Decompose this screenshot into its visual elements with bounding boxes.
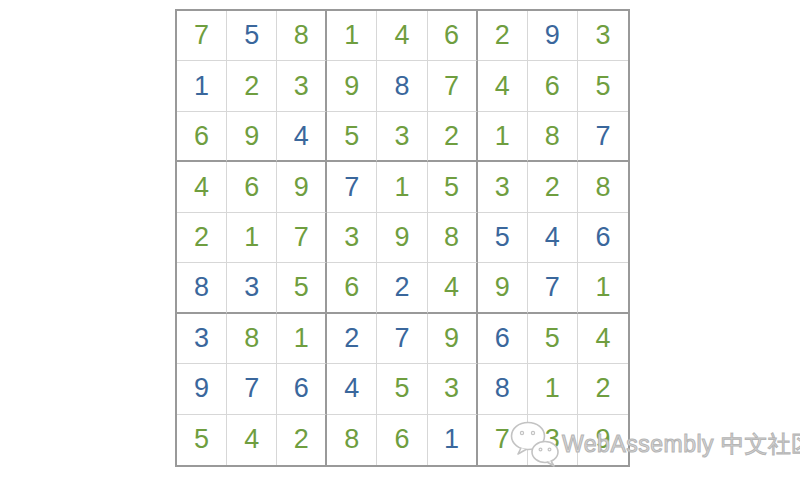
cell-r3c9[interactable]: 7 <box>578 112 628 162</box>
cell-r4c9[interactable]: 8 <box>578 162 628 212</box>
cell-r4c2[interactable]: 6 <box>227 162 277 212</box>
digit: 8 <box>194 274 209 301</box>
digit: 4 <box>294 123 309 150</box>
cell-r2c4[interactable]: 9 <box>327 61 377 111</box>
cell-r4c5[interactable]: 1 <box>377 162 427 212</box>
digit: 3 <box>194 325 209 352</box>
cell-r9c7[interactable]: 7 <box>478 415 528 465</box>
cell-r9c9[interactable]: 9 <box>578 415 628 465</box>
digit: 1 <box>244 224 259 251</box>
digit: 6 <box>595 224 610 251</box>
digit: 7 <box>394 325 409 352</box>
cell-r3c6[interactable]: 2 <box>428 112 478 162</box>
cell-r3c7[interactable]: 1 <box>478 112 528 162</box>
digit: 7 <box>545 274 560 301</box>
digit: 2 <box>444 123 459 150</box>
cell-r6c5[interactable]: 2 <box>377 263 427 313</box>
digit: 6 <box>444 22 459 49</box>
cell-r8c7[interactable]: 8 <box>478 364 528 414</box>
cell-r1c9[interactable]: 3 <box>578 11 628 61</box>
cell-r8c1[interactable]: 9 <box>177 364 227 414</box>
cell-r7c4[interactable]: 2 <box>327 314 377 364</box>
cell-r2c2[interactable]: 2 <box>227 61 277 111</box>
digit: 8 <box>545 123 560 150</box>
cell-r9c4[interactable]: 8 <box>327 415 377 465</box>
digit: 7 <box>595 123 610 150</box>
digit: 5 <box>545 325 560 352</box>
digit: 3 <box>394 123 409 150</box>
cell-r8c3[interactable]: 6 <box>277 364 327 414</box>
digit: 5 <box>344 123 359 150</box>
cell-r6c7[interactable]: 9 <box>478 263 528 313</box>
cell-r4c4[interactable]: 7 <box>327 162 377 212</box>
cell-r7c6[interactable]: 9 <box>428 314 478 364</box>
digit: 4 <box>444 274 459 301</box>
digit: 4 <box>194 174 209 201</box>
digit: 6 <box>194 123 209 150</box>
digit: 4 <box>244 426 259 453</box>
cell-r7c5[interactable]: 7 <box>377 314 427 364</box>
digit: 6 <box>244 174 259 201</box>
cell-r6c8[interactable]: 7 <box>528 263 578 313</box>
cell-r5c2[interactable]: 1 <box>227 213 277 263</box>
digit: 7 <box>294 224 309 251</box>
digit: 5 <box>244 22 259 49</box>
digit: 2 <box>194 224 209 251</box>
digit: 2 <box>595 375 610 402</box>
digit: 1 <box>394 174 409 201</box>
digit: 9 <box>194 375 209 402</box>
cell-r5c4[interactable]: 3 <box>327 213 377 263</box>
digit: 7 <box>244 375 259 402</box>
cell-r2c7[interactable]: 4 <box>478 61 528 111</box>
cell-r2c8[interactable]: 6 <box>528 61 578 111</box>
digit: 2 <box>344 325 359 352</box>
cell-r6c4[interactable]: 6 <box>327 263 377 313</box>
cell-r6c3[interactable]: 5 <box>277 263 327 313</box>
sudoku-board: 7581462931239874656945321874697153282173… <box>175 9 630 467</box>
digit: 6 <box>545 73 560 100</box>
digit: 3 <box>244 274 259 301</box>
cell-r5c6[interactable]: 8 <box>428 213 478 263</box>
cell-r3c2[interactable]: 9 <box>227 112 277 162</box>
digit: 4 <box>545 224 560 251</box>
cell-r1c1[interactable]: 7 <box>177 11 227 61</box>
cell-r9c1[interactable]: 5 <box>177 415 227 465</box>
cell-r8c5[interactable]: 5 <box>377 364 427 414</box>
digit: 8 <box>344 426 359 453</box>
digit: 9 <box>394 224 409 251</box>
digit: 2 <box>244 73 259 100</box>
digit: 9 <box>595 426 610 453</box>
cell-r2c1[interactable]: 1 <box>177 61 227 111</box>
digit: 7 <box>444 73 459 100</box>
digit: 6 <box>344 274 359 301</box>
cell-r7c8[interactable]: 5 <box>528 314 578 364</box>
digit: 8 <box>294 22 309 49</box>
cell-r4c7[interactable]: 3 <box>478 162 528 212</box>
cell-r5c5[interactable]: 9 <box>377 213 427 263</box>
digit: 9 <box>545 22 560 49</box>
cell-r1c7[interactable]: 2 <box>478 11 528 61</box>
cell-r2c9[interactable]: 5 <box>578 61 628 111</box>
digit: 5 <box>444 174 459 201</box>
cell-r8c4[interactable]: 4 <box>327 364 377 414</box>
digit: 3 <box>495 174 510 201</box>
cell-r6c1[interactable]: 8 <box>177 263 227 313</box>
digit: 4 <box>495 73 510 100</box>
digit: 9 <box>495 274 510 301</box>
cell-r8c8[interactable]: 1 <box>528 364 578 414</box>
digit: 8 <box>595 174 610 201</box>
cell-r7c1[interactable]: 3 <box>177 314 227 364</box>
digit: 8 <box>244 325 259 352</box>
cell-r1c8[interactable]: 9 <box>528 11 578 61</box>
cell-r6c9[interactable]: 1 <box>578 263 628 313</box>
digit: 7 <box>344 174 359 201</box>
digit: 9 <box>294 174 309 201</box>
digit: 1 <box>595 274 610 301</box>
cell-r1c2[interactable]: 5 <box>227 11 277 61</box>
cell-r5c9[interactable]: 6 <box>578 213 628 263</box>
digit: 6 <box>394 426 409 453</box>
cell-r5c7[interactable]: 5 <box>478 213 528 263</box>
cell-r8c2[interactable]: 7 <box>227 364 277 414</box>
digit: 7 <box>495 426 510 453</box>
cell-r8c6[interactable]: 3 <box>428 364 478 414</box>
cell-r3c1[interactable]: 6 <box>177 112 227 162</box>
cell-r4c1[interactable]: 4 <box>177 162 227 212</box>
cell-r3c8[interactable]: 8 <box>528 112 578 162</box>
cell-r7c2[interactable]: 8 <box>227 314 277 364</box>
cell-r7c9[interactable]: 4 <box>578 314 628 364</box>
digit: 9 <box>244 123 259 150</box>
cell-r9c8[interactable]: 3 <box>528 415 578 465</box>
cell-r9c2[interactable]: 4 <box>227 415 277 465</box>
digit: 2 <box>294 426 309 453</box>
cell-r5c3[interactable]: 7 <box>277 213 327 263</box>
digit: 5 <box>495 224 510 251</box>
cell-r3c5[interactable]: 3 <box>377 112 427 162</box>
digit: 4 <box>595 325 610 352</box>
digit: 5 <box>595 73 610 100</box>
digit: 8 <box>444 224 459 251</box>
cell-r9c3[interactable]: 2 <box>277 415 327 465</box>
cell-r7c7[interactable]: 6 <box>478 314 528 364</box>
cell-r3c4[interactable]: 5 <box>327 112 377 162</box>
digit: 5 <box>194 426 209 453</box>
digit: 5 <box>394 375 409 402</box>
cell-r8c9[interactable]: 2 <box>578 364 628 414</box>
digit: 1 <box>294 325 309 352</box>
digit: 2 <box>394 274 409 301</box>
digit: 2 <box>545 174 560 201</box>
cell-r6c6[interactable]: 4 <box>428 263 478 313</box>
digit: 5 <box>294 274 309 301</box>
cell-r2c5[interactable]: 8 <box>377 61 427 111</box>
cell-r4c6[interactable]: 5 <box>428 162 478 212</box>
digit: 7 <box>194 22 209 49</box>
digit: 9 <box>344 73 359 100</box>
cell-r4c3[interactable]: 9 <box>277 162 327 212</box>
digit: 6 <box>294 375 309 402</box>
cell-r5c8[interactable]: 4 <box>528 213 578 263</box>
cell-r9c6[interactable]: 1 <box>428 415 478 465</box>
cell-r2c3[interactable]: 3 <box>277 61 327 111</box>
digit: 1 <box>545 375 560 402</box>
cell-r1c5[interactable]: 4 <box>377 11 427 61</box>
cell-r9c5[interactable]: 6 <box>377 415 427 465</box>
digit: 1 <box>344 22 359 49</box>
cell-r6c2[interactable]: 3 <box>227 263 277 313</box>
cell-r1c4[interactable]: 1 <box>327 11 377 61</box>
digit: 3 <box>545 426 560 453</box>
cell-r2c6[interactable]: 7 <box>428 61 478 111</box>
digit: 1 <box>444 426 459 453</box>
digit: 3 <box>344 224 359 251</box>
digit: 8 <box>394 73 409 100</box>
digit: 9 <box>444 325 459 352</box>
cell-r7c3[interactable]: 1 <box>277 314 327 364</box>
cell-r3c3[interactable]: 4 <box>277 112 327 162</box>
cell-r1c3[interactable]: 8 <box>277 11 327 61</box>
cell-r4c8[interactable]: 2 <box>528 162 578 212</box>
digit: 4 <box>394 22 409 49</box>
digit: 4 <box>344 375 359 402</box>
cell-r5c1[interactable]: 2 <box>177 213 227 263</box>
digit: 6 <box>495 325 510 352</box>
digit: 8 <box>495 375 510 402</box>
digit: 3 <box>444 375 459 402</box>
digit: 1 <box>495 123 510 150</box>
digit: 1 <box>194 73 209 100</box>
digit: 2 <box>495 22 510 49</box>
cell-r1c6[interactable]: 6 <box>428 11 478 61</box>
digit: 3 <box>294 73 309 100</box>
digit: 3 <box>595 22 610 49</box>
